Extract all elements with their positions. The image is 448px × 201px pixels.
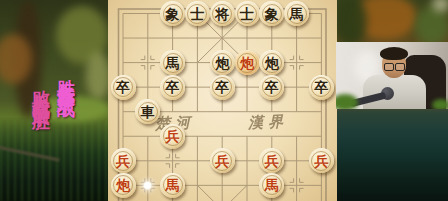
- piece-character: 馬: [290, 7, 304, 21]
- piece-character: 兵: [215, 154, 229, 168]
- piece-character: 卒: [166, 80, 180, 94]
- piece-black-f5r3[interactable]: 炮: [210, 50, 235, 75]
- river-label-right: 漢界: [248, 112, 289, 132]
- piece-character: 卒: [265, 80, 279, 94]
- piece-black-f9r4[interactable]: 卒: [309, 75, 334, 100]
- piece-character: 馬: [166, 56, 180, 70]
- sky-gap: [432, 0, 448, 12]
- glasses-left-lens: [384, 63, 394, 71]
- piece-red-f7r8[interactable]: 馬: [259, 173, 284, 198]
- caption-victory-line: 胜兵先胜而后求战: [54, 64, 78, 88]
- piece-character: 卒: [314, 80, 328, 94]
- piece-black-f5r1[interactable]: 将: [210, 1, 235, 26]
- glasses-right-lens: [395, 63, 405, 71]
- plant-left: [336, 94, 358, 109]
- background-forest-left: [0, 0, 110, 201]
- piece-character: 兵: [265, 154, 279, 168]
- plant-right: [432, 99, 448, 109]
- green-leaves: [415, 6, 448, 46]
- piece-black-f1r4[interactable]: 卒: [111, 75, 136, 100]
- piece-red-f1r7[interactable]: 兵: [111, 148, 136, 173]
- xiangqi-board[interactable]: 楚河 漢界 象士将士象馬馬炮炮炮卒卒卒卒卒車兵兵兵兵兵炮馬馬: [108, 0, 337, 201]
- piece-character: 卒: [116, 80, 130, 94]
- piece-character: 兵: [116, 154, 130, 168]
- piece-black-f7r4[interactable]: 卒: [259, 75, 284, 100]
- piece-black-f8r1[interactable]: 馬: [284, 1, 309, 26]
- piece-character: 馬: [265, 178, 279, 192]
- presenter-hair: [380, 47, 408, 60]
- video-frame: 楚河 漢界 象士将士象馬馬炮炮炮卒卒卒卒卒車兵兵兵兵兵炮馬馬 胜兵先胜而后求战 …: [0, 0, 448, 201]
- piece-character: 炮: [116, 178, 130, 192]
- piece-red-f3r6[interactable]: 兵: [160, 124, 185, 149]
- light-foliage: [86, 52, 110, 100]
- piece-character: 兵: [166, 129, 180, 143]
- piece-character: 炮: [215, 56, 229, 70]
- webcam-overlay: [336, 42, 448, 109]
- piece-red-f6r3[interactable]: 炮: [235, 50, 260, 75]
- piece-character: 士: [240, 7, 254, 21]
- piece-red-f1r8[interactable]: 炮: [111, 173, 136, 198]
- piece-black-f3r1[interactable]: 象: [160, 1, 185, 26]
- piece-character: 士: [190, 7, 204, 21]
- dark-conifer: [333, 0, 367, 46]
- piece-red-f3r8[interactable]: 馬: [160, 173, 185, 198]
- presenter-glasses: [384, 63, 405, 70]
- caption-defeat-line: 败兵先战而后求胜: [29, 76, 53, 100]
- piece-character: 象: [166, 7, 180, 21]
- piece-character: 炮: [265, 56, 279, 70]
- piece-character: 炮: [240, 56, 254, 70]
- piece-character: 兵: [314, 154, 328, 168]
- piece-black-f3r4[interactable]: 卒: [160, 75, 185, 100]
- piece-black-f4r1[interactable]: 士: [185, 1, 210, 26]
- presenter-body: [363, 75, 426, 109]
- piece-character: 将: [215, 7, 229, 21]
- piece-black-f5r4[interactable]: 卒: [210, 75, 235, 100]
- piece-character: 象: [265, 7, 279, 21]
- piece-red-f5r7[interactable]: 兵: [210, 148, 235, 173]
- piece-character: 卒: [215, 80, 229, 94]
- piece-character: 馬: [166, 178, 180, 192]
- piece-black-f6r1[interactable]: 士: [235, 1, 260, 26]
- piece-character: 車: [141, 105, 155, 119]
